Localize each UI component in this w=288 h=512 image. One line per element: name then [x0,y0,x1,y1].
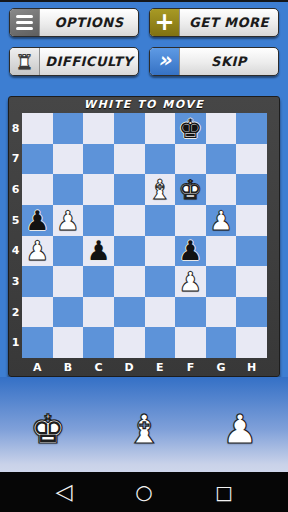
white-pawn[interactable]: ♟ [56,207,80,234]
square-d4[interactable] [114,236,145,267]
black-king[interactable]: ♚ [178,115,202,142]
chess-board: WHITE TO MOVE 87654321 ♚♝♚♟♟♟♟♟♟♟ ABCDEF… [8,96,280,377]
square-f8[interactable]: ♚ [175,113,206,144]
tray-white-king[interactable]: ♚ [30,409,66,449]
white-pawn[interactable]: ♟ [178,268,202,295]
square-h5[interactable] [236,205,267,236]
square-a3[interactable] [22,266,53,297]
square-e5[interactable] [145,205,176,236]
square-b7[interactable] [53,144,84,175]
turn-banner: WHITE TO MOVE [9,97,279,113]
black-pawn[interactable]: ♟ [25,207,49,234]
home-icon[interactable]: ○ [132,482,156,502]
square-d2[interactable] [114,297,145,328]
rank-label-3: 3 [9,266,22,297]
square-g5[interactable]: ♟ [206,205,237,236]
square-d3[interactable] [114,266,145,297]
rank-label-7: 7 [9,144,22,175]
square-h2[interactable] [236,297,267,328]
white-king[interactable]: ♚ [178,176,202,203]
square-c7[interactable] [83,144,114,175]
white-bishop[interactable]: ♝ [148,176,172,203]
android-nav-bar: ◁ ○ □ [0,472,288,512]
square-h3[interactable] [236,266,267,297]
square-b4[interactable] [53,236,84,267]
square-e1[interactable] [145,327,176,358]
white-pawn[interactable]: ♟ [25,237,49,264]
square-a5[interactable]: ♟ [22,205,53,236]
rank-label-8: 8 [9,113,22,144]
square-e6[interactable]: ♝ [145,174,176,205]
black-pawn[interactable]: ♟ [86,237,110,264]
square-b2[interactable] [53,297,84,328]
tray-white-bishop[interactable]: ♝ [126,409,162,449]
square-d7[interactable] [114,144,145,175]
square-g1[interactable] [206,327,237,358]
square-c4[interactable]: ♟ [83,236,114,267]
skip-button[interactable]: » SKIP [149,47,279,76]
file-label-d: D [114,358,145,377]
square-c6[interactable] [83,174,114,205]
fast-forward-icon: » [150,48,180,75]
rank-label-5: 5 [9,205,22,236]
square-c2[interactable] [83,297,114,328]
file-label-h: H [236,358,267,377]
square-h1[interactable] [236,327,267,358]
square-a1[interactable] [22,327,53,358]
screen-top-edge [0,0,288,2]
rank-label-2: 2 [9,297,22,328]
menu-icon [10,9,40,36]
square-f3[interactable]: ♟ [175,266,206,297]
square-g2[interactable] [206,297,237,328]
square-e4[interactable] [145,236,176,267]
rank-label-1: 1 [9,327,22,358]
square-h7[interactable] [236,144,267,175]
square-a6[interactable] [22,174,53,205]
file-label-b: B [53,358,84,377]
rank-labels: 87654321 [9,113,22,358]
options-button[interactable]: OPTIONS [9,8,139,37]
square-h6[interactable] [236,174,267,205]
square-a4[interactable]: ♟ [22,236,53,267]
square-f6[interactable]: ♚ [175,174,206,205]
square-b8[interactable] [53,113,84,144]
difficulty-button-label: DIFFICULTY [40,48,138,75]
square-c3[interactable] [83,266,114,297]
rank-label-4: 4 [9,236,22,267]
square-f5[interactable] [175,205,206,236]
square-b1[interactable] [53,327,84,358]
square-f2[interactable] [175,297,206,328]
skip-button-label: SKIP [180,48,278,75]
square-f7[interactable] [175,144,206,175]
square-d6[interactable] [114,174,145,205]
plus-icon: + [150,9,180,36]
square-g4[interactable] [206,236,237,267]
square-d5[interactable] [114,205,145,236]
get-more-button[interactable]: + GET MORE [149,8,279,37]
square-b3[interactable] [53,266,84,297]
piece-tray: ♚♝♟ [0,377,288,472]
black-pawn[interactable]: ♟ [178,237,202,264]
file-label-f: F [175,358,206,377]
file-label-e: E [145,358,176,377]
back-icon[interactable]: ◁ [52,481,76,503]
app-screen: OPTIONS + GET MORE ♜ DIFFICULTY » SKIP W… [0,0,288,512]
square-f1[interactable] [175,327,206,358]
file-label-g: G [206,358,237,377]
square-f4[interactable]: ♟ [175,236,206,267]
square-c5[interactable] [83,205,114,236]
square-a8[interactable] [22,113,53,144]
rook-icon: ♜ [10,48,40,75]
square-e7[interactable] [145,144,176,175]
file-label-c: C [83,358,114,377]
file-label-a: A [22,358,53,377]
square-g6[interactable] [206,174,237,205]
square-e8[interactable] [145,113,176,144]
file-labels: ABCDEFGH [22,358,267,377]
rank-label-6: 6 [9,174,22,205]
square-a2[interactable] [22,297,53,328]
square-b6[interactable] [53,174,84,205]
square-b5[interactable]: ♟ [53,205,84,236]
square-a7[interactable] [22,144,53,175]
square-e2[interactable] [145,297,176,328]
square-c1[interactable] [83,327,114,358]
options-button-label: OPTIONS [40,9,138,36]
tray-white-pawn[interactable]: ♟ [222,409,258,449]
square-h4[interactable] [236,236,267,267]
square-g3[interactable] [206,266,237,297]
square-g8[interactable] [206,113,237,144]
board-squares: ♚♝♚♟♟♟♟♟♟♟ [22,113,267,358]
square-e3[interactable] [145,266,176,297]
difficulty-button[interactable]: ♜ DIFFICULTY [9,47,139,76]
square-h8[interactable] [236,113,267,144]
white-pawn[interactable]: ♟ [209,207,233,234]
square-d1[interactable] [114,327,145,358]
square-d8[interactable] [114,113,145,144]
get-more-button-label: GET MORE [180,9,278,36]
square-g7[interactable] [206,144,237,175]
recents-icon[interactable]: □ [212,483,236,502]
square-c8[interactable] [83,113,114,144]
